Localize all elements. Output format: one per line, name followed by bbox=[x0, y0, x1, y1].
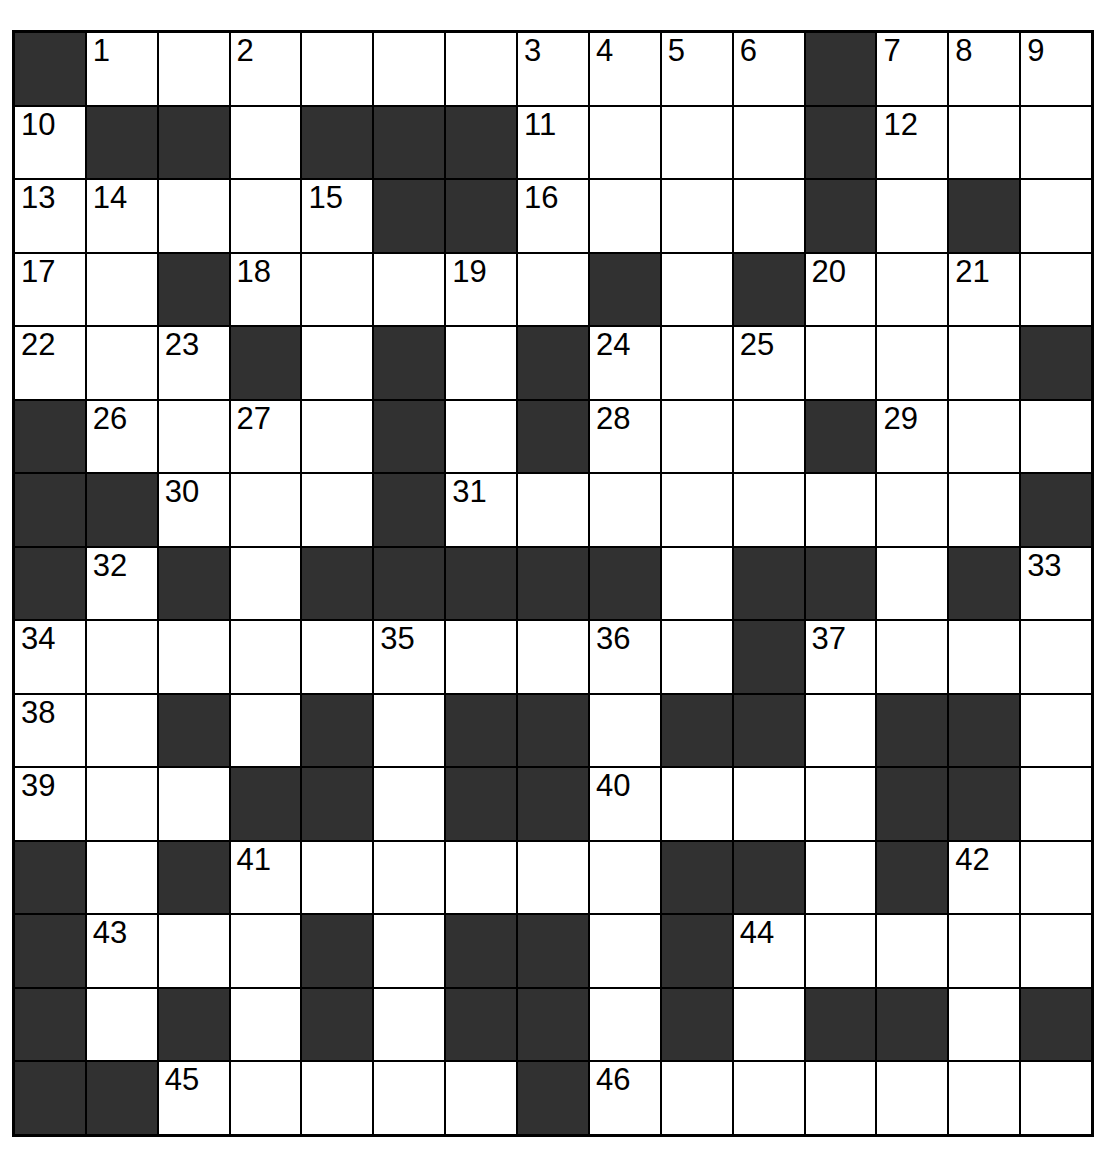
cell-r5c10-white[interactable] bbox=[662, 327, 732, 399]
cell-r7c10-white[interactable] bbox=[662, 474, 732, 546]
cell-r3c7-black bbox=[446, 180, 516, 252]
clue-number-10: 10 bbox=[21, 108, 55, 143]
cell-r11c7-black bbox=[446, 768, 516, 840]
cell-r13c10-black bbox=[662, 915, 732, 987]
cell-r6c2-white[interactable]: 26 bbox=[87, 401, 157, 473]
cell-r2c1-white[interactable]: 10 bbox=[15, 107, 85, 179]
clue-number-11: 11 bbox=[524, 108, 556, 143]
cell-r2c14-white[interactable] bbox=[949, 107, 1019, 179]
cell-r10c14-black bbox=[949, 695, 1019, 767]
cell-r8c7-black bbox=[446, 548, 516, 620]
cell-r14c9-white[interactable] bbox=[590, 989, 660, 1061]
cell-r6c8-black bbox=[518, 401, 588, 473]
cell-r4c8-white[interactable] bbox=[518, 254, 588, 326]
cell-r7c6-black bbox=[374, 474, 444, 546]
clue-number-7: 7 bbox=[883, 34, 900, 69]
cell-r12c7-white[interactable] bbox=[446, 842, 516, 914]
cell-r15c10-white[interactable] bbox=[662, 1062, 732, 1134]
cell-r15c5-white[interactable] bbox=[302, 1062, 372, 1134]
clue-number-28: 28 bbox=[596, 402, 630, 437]
cell-r4c1-white[interactable]: 17 bbox=[15, 254, 85, 326]
cell-r14c11-white[interactable] bbox=[734, 989, 804, 1061]
cell-r8c5-black bbox=[302, 548, 372, 620]
cell-r15c12-white[interactable] bbox=[806, 1062, 876, 1134]
cell-r9c3-white[interactable] bbox=[159, 621, 229, 693]
clue-number-13: 13 bbox=[21, 181, 55, 216]
cell-r7c1-black bbox=[15, 474, 85, 546]
cell-r9c1-white[interactable]: 34 bbox=[15, 621, 85, 693]
clue-number-21: 21 bbox=[955, 255, 989, 290]
clue-number-3: 3 bbox=[524, 34, 541, 69]
cell-r15c13-white[interactable] bbox=[877, 1062, 947, 1134]
cell-r8c9-black bbox=[590, 548, 660, 620]
cell-r15c11-white[interactable] bbox=[734, 1062, 804, 1134]
cell-r2c7-black bbox=[446, 107, 516, 179]
cell-r7c4-white[interactable] bbox=[231, 474, 301, 546]
cell-r2c9-white[interactable] bbox=[590, 107, 660, 179]
cell-r15c1-black bbox=[15, 1062, 85, 1134]
cell-r11c9-white[interactable]: 40 bbox=[590, 768, 660, 840]
cell-r12c12-white[interactable] bbox=[806, 842, 876, 914]
clue-number-22: 22 bbox=[21, 328, 55, 363]
cell-r9c14-white[interactable] bbox=[949, 621, 1019, 693]
cell-r14c7-black bbox=[446, 989, 516, 1061]
cell-r6c14-white[interactable] bbox=[949, 401, 1019, 473]
cell-r3c8-white[interactable]: 16 bbox=[518, 180, 588, 252]
cell-r12c14-white[interactable]: 42 bbox=[949, 842, 1019, 914]
cell-r1c14-white[interactable]: 8 bbox=[949, 33, 1019, 105]
cell-r14c3-black bbox=[159, 989, 229, 1061]
clue-number-18: 18 bbox=[237, 255, 271, 290]
cell-r7c13-white[interactable] bbox=[877, 474, 947, 546]
cell-r11c5-black bbox=[302, 768, 372, 840]
cell-r10c13-black bbox=[877, 695, 947, 767]
cell-r13c4-white[interactable] bbox=[231, 915, 301, 987]
cell-r2c12-black bbox=[806, 107, 876, 179]
cell-r12c8-white[interactable] bbox=[518, 842, 588, 914]
cell-r6c5-white[interactable] bbox=[302, 401, 372, 473]
cell-r1c5-white[interactable] bbox=[302, 33, 372, 105]
cell-r3c15-white[interactable] bbox=[1021, 180, 1091, 252]
cell-r1c7-white[interactable] bbox=[446, 33, 516, 105]
cell-r11c8-black bbox=[518, 768, 588, 840]
cell-r4c6-white[interactable] bbox=[374, 254, 444, 326]
cell-r8c14-black bbox=[949, 548, 1019, 620]
cell-r3c11-white[interactable] bbox=[734, 180, 804, 252]
clue-number-43: 43 bbox=[93, 916, 127, 951]
cell-r14c13-black bbox=[877, 989, 947, 1061]
cell-r8c12-black bbox=[806, 548, 876, 620]
cell-r8c2-white[interactable]: 32 bbox=[87, 548, 157, 620]
cell-r2c4-white[interactable] bbox=[231, 107, 301, 179]
cell-r7c12-white[interactable] bbox=[806, 474, 876, 546]
cell-r3c9-white[interactable] bbox=[590, 180, 660, 252]
cell-r4c14-white[interactable]: 21 bbox=[949, 254, 1019, 326]
clue-number-12: 12 bbox=[883, 108, 917, 143]
clue-number-19: 19 bbox=[452, 255, 486, 290]
cell-r1c10-white[interactable]: 5 bbox=[662, 33, 732, 105]
cell-r14c5-black bbox=[302, 989, 372, 1061]
clue-number-31: 31 bbox=[452, 475, 486, 510]
cell-r2c2-black bbox=[87, 107, 157, 179]
cell-r6c12-black bbox=[806, 401, 876, 473]
cell-r12c2-white[interactable] bbox=[87, 842, 157, 914]
cell-r13c15-white[interactable] bbox=[1021, 915, 1091, 987]
cell-r1c12-black bbox=[806, 33, 876, 105]
clue-number-32: 32 bbox=[93, 549, 127, 584]
cell-r5c5-white[interactable] bbox=[302, 327, 372, 399]
clue-number-36: 36 bbox=[596, 622, 630, 657]
cell-r8c1-black bbox=[15, 548, 85, 620]
cell-r3c4-white[interactable] bbox=[231, 180, 301, 252]
cell-r3c2-white[interactable]: 14 bbox=[87, 180, 157, 252]
cell-r12c15-white[interactable] bbox=[1021, 842, 1091, 914]
cell-r14c12-black bbox=[806, 989, 876, 1061]
cell-r6c11-white[interactable] bbox=[734, 401, 804, 473]
cell-r12c6-white[interactable] bbox=[374, 842, 444, 914]
cell-r7c2-black bbox=[87, 474, 157, 546]
clue-number-5: 5 bbox=[668, 34, 685, 69]
clue-number-29: 29 bbox=[883, 402, 917, 437]
cell-r9c6-white[interactable]: 35 bbox=[374, 621, 444, 693]
clue-number-27: 27 bbox=[237, 402, 271, 437]
cell-r6c6-black bbox=[374, 401, 444, 473]
cell-r7c11-white[interactable] bbox=[734, 474, 804, 546]
cell-r3c13-white[interactable] bbox=[877, 180, 947, 252]
cell-r12c13-black bbox=[877, 842, 947, 914]
cell-r5c1-white[interactable]: 22 bbox=[15, 327, 85, 399]
cell-r1c6-white[interactable] bbox=[374, 33, 444, 105]
cell-r5c2-white[interactable] bbox=[87, 327, 157, 399]
cell-r10c5-black bbox=[302, 695, 372, 767]
cell-r9c4-white[interactable] bbox=[231, 621, 301, 693]
cell-r13c1-black bbox=[15, 915, 85, 987]
cell-r1c13-white[interactable]: 7 bbox=[877, 33, 947, 105]
cell-r6c4-white[interactable]: 27 bbox=[231, 401, 301, 473]
cell-r4c15-white[interactable] bbox=[1021, 254, 1091, 326]
cell-r2c13-white[interactable]: 12 bbox=[877, 107, 947, 179]
cell-r14c14-white[interactable] bbox=[949, 989, 1019, 1061]
cell-r2c6-black bbox=[374, 107, 444, 179]
cell-r10c6-white[interactable] bbox=[374, 695, 444, 767]
cell-r7c8-white[interactable] bbox=[518, 474, 588, 546]
cell-r15c4-white[interactable] bbox=[231, 1062, 301, 1134]
cell-r13c8-black bbox=[518, 915, 588, 987]
cell-r3c5-white[interactable]: 15 bbox=[302, 180, 372, 252]
cell-r4c13-white[interactable] bbox=[877, 254, 947, 326]
cell-r14c2-white[interactable] bbox=[87, 989, 157, 1061]
cell-r9c15-white[interactable] bbox=[1021, 621, 1091, 693]
cell-r13c11-white[interactable]: 44 bbox=[734, 915, 804, 987]
clue-number-25: 25 bbox=[740, 328, 774, 363]
cell-r9c7-white[interactable] bbox=[446, 621, 516, 693]
cell-r5c6-black bbox=[374, 327, 444, 399]
cell-r9c10-white[interactable] bbox=[662, 621, 732, 693]
cell-r3c14-black bbox=[949, 180, 1019, 252]
cell-r5c12-white[interactable] bbox=[806, 327, 876, 399]
cell-r10c4-white[interactable] bbox=[231, 695, 301, 767]
cell-r14c4-white[interactable] bbox=[231, 989, 301, 1061]
clue-number-16: 16 bbox=[524, 181, 558, 216]
cell-r3c3-white[interactable] bbox=[159, 180, 229, 252]
cell-r15c14-white[interactable] bbox=[949, 1062, 1019, 1134]
cell-r3c6-black bbox=[374, 180, 444, 252]
cell-r8c13-white[interactable] bbox=[877, 548, 947, 620]
clue-number-39: 39 bbox=[21, 769, 55, 804]
cell-r6c15-white[interactable] bbox=[1021, 401, 1091, 473]
cell-r9c13-white[interactable] bbox=[877, 621, 947, 693]
cell-r10c7-black bbox=[446, 695, 516, 767]
cell-r11c1-white[interactable]: 39 bbox=[15, 768, 85, 840]
cell-r13c7-black bbox=[446, 915, 516, 987]
cell-r4c2-white[interactable] bbox=[87, 254, 157, 326]
clue-number-35: 35 bbox=[380, 622, 414, 657]
cell-r4c3-black bbox=[159, 254, 229, 326]
cell-r11c3-white[interactable] bbox=[159, 768, 229, 840]
cell-r13c3-white[interactable] bbox=[159, 915, 229, 987]
clue-number-17: 17 bbox=[21, 255, 55, 290]
cell-r5c14-white[interactable] bbox=[949, 327, 1019, 399]
cell-r11c15-white[interactable] bbox=[1021, 768, 1091, 840]
cell-r15c8-black bbox=[518, 1062, 588, 1134]
cell-r9c5-white[interactable] bbox=[302, 621, 372, 693]
cell-r5c4-black bbox=[231, 327, 301, 399]
cell-r4c12-white[interactable]: 20 bbox=[806, 254, 876, 326]
cell-r3c12-black bbox=[806, 180, 876, 252]
clue-number-41: 41 bbox=[237, 843, 271, 878]
cell-r3c10-white[interactable] bbox=[662, 180, 732, 252]
cell-r5c7-white[interactable] bbox=[446, 327, 516, 399]
cell-r11c12-white[interactable] bbox=[806, 768, 876, 840]
cell-r15c7-white[interactable] bbox=[446, 1062, 516, 1134]
cell-r5c13-white[interactable] bbox=[877, 327, 947, 399]
cell-r1c15-white[interactable]: 9 bbox=[1021, 33, 1091, 105]
cell-r11c14-black bbox=[949, 768, 1019, 840]
cell-r8c15-white[interactable]: 33 bbox=[1021, 548, 1091, 620]
clue-number-4: 4 bbox=[596, 34, 613, 69]
cell-r11c6-white[interactable] bbox=[374, 768, 444, 840]
cell-r15c15-white[interactable] bbox=[1021, 1062, 1091, 1134]
cell-r2c15-white[interactable] bbox=[1021, 107, 1091, 179]
cell-r7c7-white[interactable]: 31 bbox=[446, 474, 516, 546]
cell-r10c3-black bbox=[159, 695, 229, 767]
cell-r5c3-white[interactable]: 23 bbox=[159, 327, 229, 399]
cell-r4c10-white[interactable] bbox=[662, 254, 732, 326]
clue-number-40: 40 bbox=[596, 769, 630, 804]
cell-r10c10-black bbox=[662, 695, 732, 767]
cell-r7c15-black bbox=[1021, 474, 1091, 546]
cell-r13c9-white[interactable] bbox=[590, 915, 660, 987]
cell-r8c3-black bbox=[159, 548, 229, 620]
cell-r12c3-black bbox=[159, 842, 229, 914]
cell-r1c4-white[interactable]: 2 bbox=[231, 33, 301, 105]
cell-r11c4-black bbox=[231, 768, 301, 840]
cell-r10c12-white[interactable] bbox=[806, 695, 876, 767]
cell-r10c9-white[interactable] bbox=[590, 695, 660, 767]
cell-r2c11-white[interactable] bbox=[734, 107, 804, 179]
clue-number-26: 26 bbox=[93, 402, 127, 437]
cell-r12c9-white[interactable] bbox=[590, 842, 660, 914]
cell-r10c1-white[interactable]: 38 bbox=[15, 695, 85, 767]
clue-number-37: 37 bbox=[812, 622, 846, 657]
cell-r6c10-white[interactable] bbox=[662, 401, 732, 473]
cell-r9c9-white[interactable]: 36 bbox=[590, 621, 660, 693]
clue-number-24: 24 bbox=[596, 328, 630, 363]
clue-number-9: 9 bbox=[1027, 34, 1044, 69]
cell-r2c8-white[interactable]: 11 bbox=[518, 107, 588, 179]
cell-r7c5-white[interactable] bbox=[302, 474, 372, 546]
cell-r12c1-black bbox=[15, 842, 85, 914]
cell-r12c11-black bbox=[734, 842, 804, 914]
cell-r11c13-black bbox=[877, 768, 947, 840]
clue-number-42: 42 bbox=[955, 843, 989, 878]
cell-r1c1-black bbox=[15, 33, 85, 105]
clue-number-44: 44 bbox=[740, 916, 774, 951]
cell-r14c15-black bbox=[1021, 989, 1091, 1061]
cell-r5c8-black bbox=[518, 327, 588, 399]
cell-r8c10-white[interactable] bbox=[662, 548, 732, 620]
cell-r4c9-black bbox=[590, 254, 660, 326]
cell-r10c2-white[interactable] bbox=[87, 695, 157, 767]
cell-r4c5-white[interactable] bbox=[302, 254, 372, 326]
cell-r9c11-black bbox=[734, 621, 804, 693]
cell-r7c14-white[interactable] bbox=[949, 474, 1019, 546]
clue-number-8: 8 bbox=[955, 34, 972, 69]
clue-number-23: 23 bbox=[165, 328, 199, 363]
cell-r11c11-white[interactable] bbox=[734, 768, 804, 840]
clue-number-30: 30 bbox=[165, 475, 199, 510]
cell-r12c5-white[interactable] bbox=[302, 842, 372, 914]
cell-r13c12-white[interactable] bbox=[806, 915, 876, 987]
cell-r1c2-white[interactable]: 1 bbox=[87, 33, 157, 105]
cell-r6c3-white[interactable] bbox=[159, 401, 229, 473]
cell-r5c9-white[interactable]: 24 bbox=[590, 327, 660, 399]
cell-r8c4-white[interactable] bbox=[231, 548, 301, 620]
cell-r4c7-white[interactable]: 19 bbox=[446, 254, 516, 326]
cell-r15c6-white[interactable] bbox=[374, 1062, 444, 1134]
cell-r4c11-black bbox=[734, 254, 804, 326]
cell-r15c9-white[interactable]: 46 bbox=[590, 1062, 660, 1134]
cell-r7c3-white[interactable]: 30 bbox=[159, 474, 229, 546]
clue-number-20: 20 bbox=[812, 255, 846, 290]
cell-r10c8-black bbox=[518, 695, 588, 767]
cell-r14c8-black bbox=[518, 989, 588, 1061]
cell-r4c4-white[interactable]: 18 bbox=[231, 254, 301, 326]
cell-r12c4-white[interactable]: 41 bbox=[231, 842, 301, 914]
clue-number-33: 33 bbox=[1027, 549, 1061, 584]
cell-r14c6-white[interactable] bbox=[374, 989, 444, 1061]
cell-r11c10-white[interactable] bbox=[662, 768, 732, 840]
cell-r13c5-black bbox=[302, 915, 372, 987]
clue-number-14: 14 bbox=[93, 181, 127, 216]
cell-r14c1-black bbox=[15, 989, 85, 1061]
clue-number-2: 2 bbox=[237, 34, 254, 69]
cell-r13c2-white[interactable]: 43 bbox=[87, 915, 157, 987]
cell-r5c11-white[interactable]: 25 bbox=[734, 327, 804, 399]
cell-r15c3-white[interactable]: 45 bbox=[159, 1062, 229, 1134]
cell-r9c2-white[interactable] bbox=[87, 621, 157, 693]
cell-r7c9-white[interactable] bbox=[590, 474, 660, 546]
cell-r15c2-black bbox=[87, 1062, 157, 1134]
cell-r9c8-white[interactable] bbox=[518, 621, 588, 693]
cell-r2c10-white[interactable] bbox=[662, 107, 732, 179]
cell-r8c11-black bbox=[734, 548, 804, 620]
cell-r2c3-black bbox=[159, 107, 229, 179]
clue-number-38: 38 bbox=[21, 696, 55, 731]
clue-number-6: 6 bbox=[740, 34, 757, 69]
cell-r6c1-black bbox=[15, 401, 85, 473]
cell-r12c10-black bbox=[662, 842, 732, 914]
cell-r11c2-white[interactable] bbox=[87, 768, 157, 840]
clue-number-46: 46 bbox=[596, 1063, 630, 1098]
cell-r10c15-white[interactable] bbox=[1021, 695, 1091, 767]
cell-r9c12-white[interactable]: 37 bbox=[806, 621, 876, 693]
crossword-page: 1234567891011121314151617181920212223242… bbox=[0, 0, 1106, 1155]
clue-number-1: 1 bbox=[93, 34, 110, 69]
cell-r8c8-black bbox=[518, 548, 588, 620]
cell-r3c1-white[interactable]: 13 bbox=[15, 180, 85, 252]
crossword-grid: 1234567891011121314151617181920212223242… bbox=[12, 30, 1094, 1137]
clue-number-15: 15 bbox=[308, 181, 342, 216]
cell-r5c15-black bbox=[1021, 327, 1091, 399]
cell-r13c13-white[interactable] bbox=[877, 915, 947, 987]
clue-number-45: 45 bbox=[165, 1063, 199, 1098]
cell-r1c3-white[interactable] bbox=[159, 33, 229, 105]
cell-r13c14-white[interactable] bbox=[949, 915, 1019, 987]
cell-r6c9-white[interactable]: 28 bbox=[590, 401, 660, 473]
cell-r1c11-white[interactable]: 6 bbox=[734, 33, 804, 105]
cell-r8c6-black bbox=[374, 548, 444, 620]
cell-r1c9-white[interactable]: 4 bbox=[590, 33, 660, 105]
cell-r6c7-white[interactable] bbox=[446, 401, 516, 473]
cell-r13c6-white[interactable] bbox=[374, 915, 444, 987]
cell-r14c10-black bbox=[662, 989, 732, 1061]
cell-r6c13-white[interactable]: 29 bbox=[877, 401, 947, 473]
cell-r1c8-white[interactable]: 3 bbox=[518, 33, 588, 105]
clue-number-34: 34 bbox=[21, 622, 55, 657]
cell-r2c5-black bbox=[302, 107, 372, 179]
cell-r10c11-black bbox=[734, 695, 804, 767]
